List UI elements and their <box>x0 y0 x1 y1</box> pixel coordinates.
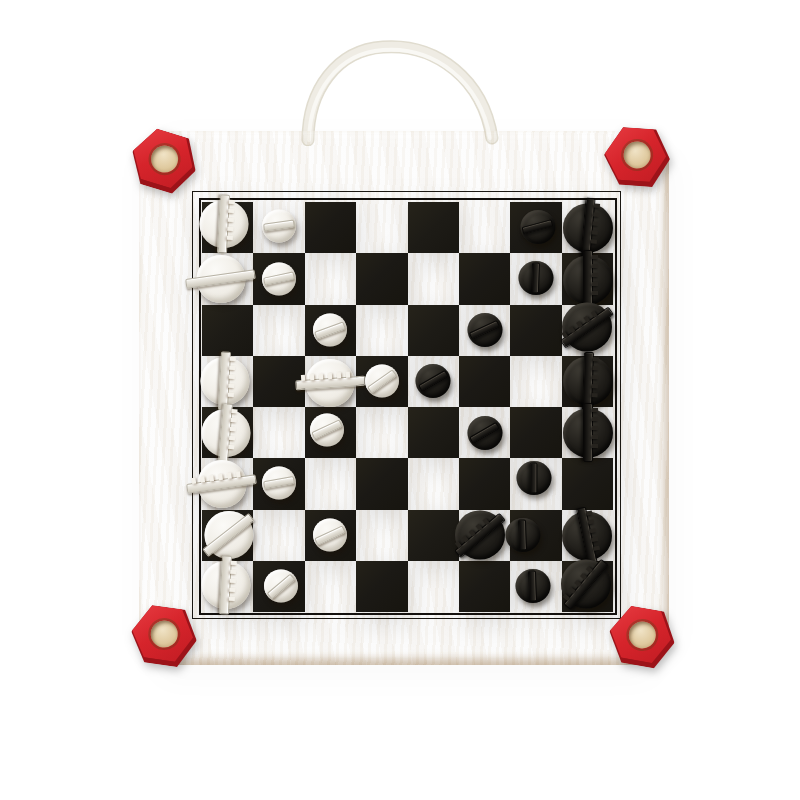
black-pawn-disc[interactable] <box>467 313 502 347</box>
square-a8[interactable] <box>202 202 253 253</box>
square-b2[interactable] <box>253 510 304 561</box>
white-pawn-disc[interactable] <box>313 519 347 552</box>
chess-board <box>139 131 669 665</box>
pawn-silhouette-edge <box>528 571 537 602</box>
pawn-silhouette-edge <box>315 525 346 545</box>
bishop-silhouette-edge <box>202 513 255 557</box>
square-f8[interactable] <box>459 202 510 253</box>
square-c6[interactable] <box>305 305 356 356</box>
king-silhouette-edge <box>583 403 593 462</box>
crown-teeth <box>591 204 601 247</box>
black-queen-disc[interactable] <box>563 357 613 406</box>
square-a1[interactable] <box>202 561 253 612</box>
square-f4[interactable] <box>459 407 510 458</box>
square-e7[interactable] <box>408 253 459 304</box>
square-a7[interactable] <box>202 253 253 304</box>
queen-silhouette-edge <box>218 352 231 411</box>
black-pawn-disc[interactable] <box>467 416 502 450</box>
square-e4[interactable] <box>408 407 459 458</box>
black-bishop-disc[interactable] <box>562 512 612 561</box>
rook-silhouette-edge <box>217 194 230 253</box>
square-d4[interactable] <box>356 407 407 458</box>
square-h7[interactable] <box>562 253 613 304</box>
square-a4[interactable] <box>202 407 253 458</box>
square-h3[interactable] <box>562 458 613 509</box>
crown-teeth <box>227 199 235 241</box>
pawn-silhouette-edge <box>263 272 295 286</box>
rook-silhouette-edge <box>581 198 596 258</box>
black-knight-disc[interactable] <box>562 303 612 352</box>
square-a3[interactable] <box>202 458 253 509</box>
square-d1[interactable] <box>356 561 407 612</box>
square-h1[interactable] <box>562 561 613 612</box>
square-a6[interactable] <box>202 305 253 356</box>
knight-silhouette-edge <box>186 474 257 494</box>
black-king-disc[interactable] <box>563 408 613 457</box>
black-pawn-disc[interactable] <box>520 210 555 244</box>
black-pawn-disc[interactable] <box>515 569 550 603</box>
square-c5[interactable] <box>305 356 356 407</box>
crown-teeth <box>454 516 490 548</box>
white-pawn-disc[interactable] <box>365 365 399 398</box>
black-pawn-disc[interactable] <box>516 461 551 495</box>
square-b4[interactable] <box>253 407 304 458</box>
pawn-silhouette-edge <box>315 321 347 339</box>
square-f3[interactable] <box>459 458 510 509</box>
knight-silhouette-edge <box>454 512 506 558</box>
square-d6[interactable] <box>356 305 407 356</box>
white-pawn-disc[interactable] <box>313 314 347 347</box>
square-b7[interactable] <box>253 253 304 304</box>
square-b6[interactable] <box>253 305 304 356</box>
pawn-silhouette-edge <box>530 462 538 493</box>
crown-teeth <box>592 357 599 399</box>
black-pawn-disc[interactable] <box>518 261 553 295</box>
crown-teeth <box>561 309 599 338</box>
square-g3[interactable] <box>510 458 561 509</box>
pawn-silhouette-edge <box>531 262 540 293</box>
white-king-disc[interactable] <box>201 409 250 457</box>
white-bishop-disc[interactable] <box>204 511 253 559</box>
square-g8[interactable] <box>510 202 561 253</box>
pawn-silhouette-edge <box>267 573 296 599</box>
pawn-silhouette-edge <box>312 419 343 439</box>
square-f5[interactable] <box>459 356 510 407</box>
white-queen-disc[interactable] <box>200 357 249 405</box>
square-d5[interactable] <box>356 356 407 407</box>
square-c4[interactable] <box>305 407 356 458</box>
square-g5[interactable] <box>510 356 561 407</box>
bishop-silhouette-edge <box>185 269 256 289</box>
pawn-silhouette-edge <box>263 220 295 232</box>
square-c3[interactable] <box>305 458 356 509</box>
square-h2[interactable] <box>562 510 613 561</box>
white-pawn-disc[interactable] <box>264 570 298 603</box>
white-pawn-disc[interactable] <box>262 262 296 295</box>
crown-teeth <box>563 564 595 600</box>
pawn-silhouette-edge <box>367 369 397 393</box>
bishop-silhouette-edge <box>583 250 593 309</box>
white-rook-disc[interactable] <box>199 200 248 248</box>
crown-teeth <box>228 409 238 452</box>
white-pawn-disc[interactable] <box>262 209 296 242</box>
square-g2[interactable] <box>510 510 561 561</box>
king-silhouette-edge <box>218 403 233 463</box>
square-c8[interactable] <box>305 202 356 253</box>
rook-silhouette-edge <box>564 559 610 611</box>
product-photo <box>0 0 800 800</box>
square-e6[interactable] <box>408 305 459 356</box>
square-c2[interactable] <box>305 510 356 561</box>
square-g7[interactable] <box>510 253 561 304</box>
square-f1[interactable] <box>459 561 510 612</box>
crown-teeth <box>228 357 236 399</box>
square-d7[interactable] <box>356 253 407 304</box>
pawn-silhouette-edge <box>418 370 449 392</box>
square-e2[interactable] <box>408 510 459 561</box>
square-a5[interactable] <box>202 356 253 407</box>
square-e5[interactable] <box>408 356 459 407</box>
black-pawn-disc[interactable] <box>505 518 540 552</box>
square-e3[interactable] <box>408 458 459 509</box>
square-h8[interactable] <box>562 202 613 253</box>
black-bishop-disc[interactable] <box>563 255 613 304</box>
black-pawn-disc[interactable] <box>416 364 451 398</box>
square-g4[interactable] <box>510 407 561 458</box>
pawn-silhouette-edge <box>518 519 527 550</box>
bishop-silhouette-edge <box>576 506 598 566</box>
square-f6[interactable] <box>459 305 510 356</box>
white-rook-disc[interactable] <box>201 561 250 609</box>
pawn-silhouette-edge <box>469 421 500 443</box>
black-rook-disc[interactable] <box>563 203 613 252</box>
square-g6[interactable] <box>510 305 561 356</box>
square-d2[interactable] <box>356 510 407 561</box>
board-grid <box>202 202 613 612</box>
square-h4[interactable] <box>562 407 613 458</box>
crown-teeth <box>229 561 237 603</box>
square-g1[interactable] <box>510 561 561 612</box>
black-rook-disc[interactable] <box>561 560 611 609</box>
crown-teeth <box>191 471 242 484</box>
crown-teeth <box>586 510 601 552</box>
rook-silhouette-edge <box>219 556 232 615</box>
square-a2[interactable] <box>202 510 253 561</box>
crown-teeth <box>592 255 598 297</box>
pawn-silhouette-edge <box>469 320 500 340</box>
square-f7[interactable] <box>459 253 510 304</box>
square-e1[interactable] <box>408 561 459 612</box>
white-pawn-disc[interactable] <box>310 413 344 446</box>
black-knight-disc[interactable] <box>455 511 505 560</box>
square-f2[interactable] <box>459 510 510 561</box>
white-knight-disc[interactable] <box>197 460 246 508</box>
knight-silhouette-edge <box>295 376 366 391</box>
pawn-silhouette-edge <box>263 476 295 489</box>
square-h5[interactable] <box>562 356 613 407</box>
white-knight-disc[interactable] <box>306 359 355 407</box>
crown-teeth <box>301 372 352 381</box>
square-d8[interactable] <box>356 202 407 253</box>
square-c1[interactable] <box>305 561 356 612</box>
white-pawn-disc[interactable] <box>262 466 296 499</box>
hanging-cord <box>275 28 525 146</box>
square-b3[interactable] <box>253 458 304 509</box>
crown-teeth <box>592 408 598 450</box>
square-c7[interactable] <box>305 253 356 304</box>
white-bishop-disc[interactable] <box>196 255 245 303</box>
square-h6[interactable] <box>562 305 613 356</box>
pawn-silhouette-edge <box>522 219 554 235</box>
knight-silhouette-edge <box>560 306 614 348</box>
square-b8[interactable] <box>253 202 304 253</box>
square-d3[interactable] <box>356 458 407 509</box>
square-e8[interactable] <box>408 202 459 253</box>
square-b1[interactable] <box>253 561 304 612</box>
